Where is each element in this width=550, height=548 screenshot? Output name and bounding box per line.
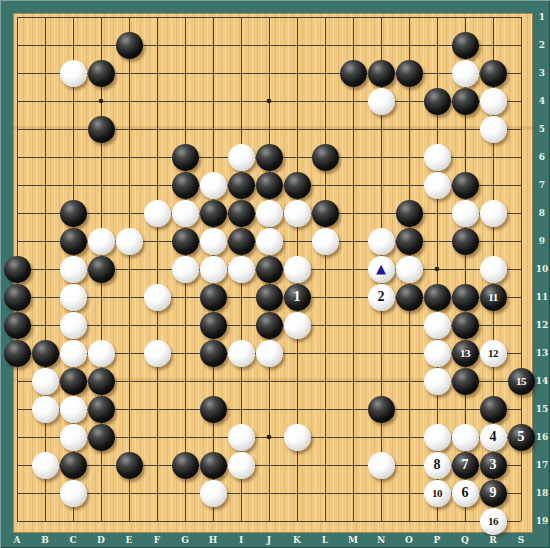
stone-G17[interactable] [172, 452, 199, 479]
stone-B15[interactable] [32, 396, 59, 423]
col-label-D: D [97, 535, 105, 545]
row-label-14: 14 [536, 376, 549, 386]
star-point-P10 [435, 267, 440, 272]
move-number-12: 12 [488, 348, 498, 359]
stone-I17[interactable] [228, 452, 255, 479]
stone-P12[interactable] [424, 312, 451, 339]
col-label-H: H [209, 535, 218, 545]
stone-J11[interactable] [256, 284, 283, 311]
stone-D5[interactable] [88, 116, 115, 143]
col-label-C: C [69, 535, 76, 545]
stone-G7[interactable] [172, 172, 199, 199]
stone-K10[interactable] [284, 256, 311, 283]
row-label-18: 18 [536, 488, 549, 498]
move-number-6: 6 [462, 486, 469, 500]
star-point-J16 [267, 435, 272, 440]
stone-G8[interactable] [172, 200, 199, 227]
stone-D16[interactable] [88, 424, 115, 451]
col-label-B: B [41, 535, 49, 545]
move-number-3: 3 [490, 458, 497, 472]
col-label-O: O [405, 535, 413, 545]
row-label-9: 9 [539, 236, 545, 246]
stone-J9[interactable] [256, 228, 283, 255]
stone-E17[interactable] [116, 452, 143, 479]
stone-R15[interactable] [480, 396, 507, 423]
stone-H15[interactable] [200, 396, 227, 423]
stone-I16[interactable] [228, 424, 255, 451]
row-label-5: 5 [539, 124, 545, 134]
stone-N3[interactable] [368, 60, 395, 87]
col-label-S: S [518, 535, 525, 545]
stone-C18[interactable] [60, 480, 87, 507]
stone-A11[interactable] [4, 284, 31, 311]
stone-R10[interactable] [480, 256, 507, 283]
stone-R4[interactable] [480, 88, 507, 115]
stone-C3[interactable] [60, 60, 87, 87]
stone-K8[interactable] [284, 200, 311, 227]
row-label-12: 12 [536, 320, 549, 330]
stone-O3[interactable] [396, 60, 423, 87]
move-number-5: 5 [518, 430, 525, 444]
stone-N15[interactable] [368, 396, 395, 423]
move-number-13: 13 [460, 348, 470, 359]
stone-I7[interactable] [228, 172, 255, 199]
move-number-1: 1 [294, 290, 301, 304]
stone-I8[interactable] [228, 200, 255, 227]
stone-B13[interactable] [32, 340, 59, 367]
move-number-10: 10 [432, 488, 442, 499]
row-label-15: 15 [536, 404, 549, 414]
stone-Q8[interactable] [452, 200, 479, 227]
col-label-E: E [126, 535, 133, 545]
star-point-D4 [99, 99, 104, 104]
stone-P13[interactable] [424, 340, 451, 367]
stone-Q16[interactable] [452, 424, 479, 451]
stone-S16[interactable]: 5 [508, 424, 535, 451]
triangle-marker: ▲ [376, 262, 386, 275]
row-label-3: 3 [539, 68, 545, 78]
move-number-8: 8 [434, 458, 441, 472]
stone-R8[interactable] [480, 200, 507, 227]
stone-Q9[interactable] [452, 228, 479, 255]
stone-H9[interactable] [200, 228, 227, 255]
stone-I9[interactable] [228, 228, 255, 255]
stone-A13[interactable] [4, 340, 31, 367]
col-label-N: N [377, 535, 385, 545]
col-label-L: L [322, 535, 328, 545]
stone-A12[interactable] [4, 312, 31, 339]
stone-Q2[interactable] [452, 32, 479, 59]
move-number-7: 7 [462, 458, 469, 472]
stone-N4[interactable] [368, 88, 395, 115]
stone-Q4[interactable] [452, 88, 479, 115]
stone-K12[interactable] [284, 312, 311, 339]
stone-R11[interactable]: 11 [480, 284, 507, 311]
col-label-F: F [154, 535, 160, 545]
stone-P17[interactable]: 8 [424, 452, 451, 479]
stone-O10[interactable] [396, 256, 423, 283]
stone-J7[interactable] [256, 172, 283, 199]
stone-C10[interactable] [60, 256, 87, 283]
stone-D13[interactable] [88, 340, 115, 367]
row-label-7: 7 [539, 180, 545, 190]
stone-S14[interactable]: 15 [508, 368, 535, 395]
move-number-16: 16 [488, 516, 498, 527]
stone-C8[interactable] [60, 200, 87, 227]
stone-G9[interactable] [172, 228, 199, 255]
move-number-2: 2 [378, 290, 385, 304]
stone-Q12[interactable] [452, 312, 479, 339]
stone-C17[interactable] [60, 452, 87, 479]
stone-N10[interactable]: ▲ [368, 256, 395, 283]
row-label-11: 11 [536, 292, 549, 302]
row-label-19: 19 [536, 516, 549, 526]
stone-L6[interactable] [312, 144, 339, 171]
stone-F11[interactable] [144, 284, 171, 311]
stone-P18[interactable]: 10 [424, 480, 451, 507]
stone-J13[interactable] [256, 340, 283, 367]
stone-Q3[interactable] [452, 60, 479, 87]
stone-P6[interactable] [424, 144, 451, 171]
stone-E2[interactable] [116, 32, 143, 59]
row-label-1: 1 [539, 12, 545, 22]
col-label-K: K [293, 535, 301, 545]
stone-D14[interactable] [88, 368, 115, 395]
stone-P4[interactable] [424, 88, 451, 115]
stone-C9[interactable] [60, 228, 87, 255]
stone-R3[interactable] [480, 60, 507, 87]
stone-I10[interactable] [228, 256, 255, 283]
stone-N17[interactable] [368, 452, 395, 479]
stone-P7[interactable] [424, 172, 451, 199]
move-number-9: 9 [490, 486, 497, 500]
stone-D3[interactable] [88, 60, 115, 87]
col-label-G: G [181, 535, 189, 545]
stone-I6[interactable] [228, 144, 255, 171]
stone-E9[interactable] [116, 228, 143, 255]
col-label-J: J [267, 535, 271, 545]
stone-L8[interactable] [312, 200, 339, 227]
stone-R13[interactable]: 12 [480, 340, 507, 367]
stone-D9[interactable] [88, 228, 115, 255]
col-label-A: A [14, 535, 21, 545]
stone-H11[interactable] [200, 284, 227, 311]
stone-F8[interactable] [144, 200, 171, 227]
move-number-4: 4 [490, 430, 497, 444]
stone-R18[interactable]: 9 [480, 480, 507, 507]
stone-M3[interactable] [340, 60, 367, 87]
stone-J6[interactable] [256, 144, 283, 171]
stone-Q13[interactable]: 13 [452, 340, 479, 367]
stone-Q18[interactable]: 6 [452, 480, 479, 507]
stone-N11[interactable]: 2 [368, 284, 395, 311]
stone-P16[interactable] [424, 424, 451, 451]
stone-K16[interactable] [284, 424, 311, 451]
stone-H12[interactable] [200, 312, 227, 339]
stone-H8[interactable] [200, 200, 227, 227]
stone-B14[interactable] [32, 368, 59, 395]
stone-K7[interactable] [284, 172, 311, 199]
stone-N9[interactable] [368, 228, 395, 255]
stone-C13[interactable] [60, 340, 87, 367]
col-label-R: R [489, 535, 496, 545]
row-label-4: 4 [539, 96, 545, 106]
stone-D10[interactable] [88, 256, 115, 283]
row-label-10: 10 [536, 264, 549, 274]
row-label-17: 17 [536, 460, 549, 470]
stone-J10[interactable] [256, 256, 283, 283]
stone-B17[interactable] [32, 452, 59, 479]
col-label-M: M [348, 535, 358, 545]
stone-Q14[interactable] [452, 368, 479, 395]
stone-H7[interactable] [200, 172, 227, 199]
stone-H13[interactable] [200, 340, 227, 367]
stone-Q11[interactable] [452, 284, 479, 311]
move-number-11: 11 [488, 292, 497, 303]
stone-R17[interactable]: 3 [480, 452, 507, 479]
stone-P14[interactable] [424, 368, 451, 395]
stone-C15[interactable] [60, 396, 87, 423]
row-label-8: 8 [539, 208, 545, 218]
stone-G6[interactable] [172, 144, 199, 171]
stone-O8[interactable] [396, 200, 423, 227]
row-label-6: 6 [539, 152, 545, 162]
move-number-15: 15 [516, 376, 526, 387]
stone-F13[interactable] [144, 340, 171, 367]
stone-H17[interactable] [200, 452, 227, 479]
stone-A10[interactable] [4, 256, 31, 283]
stone-H18[interactable] [200, 480, 227, 507]
stone-R5[interactable] [480, 116, 507, 143]
stone-J12[interactable] [256, 312, 283, 339]
stone-C12[interactable] [60, 312, 87, 339]
row-label-2: 2 [539, 40, 545, 50]
stone-Q17[interactable]: 7 [452, 452, 479, 479]
stone-K11[interactable]: 1 [284, 284, 311, 311]
col-label-Q: Q [461, 535, 469, 545]
row-label-16: 16 [536, 432, 549, 442]
stone-L9[interactable] [312, 228, 339, 255]
stone-D15[interactable] [88, 396, 115, 423]
stone-R19[interactable]: 16 [480, 508, 507, 535]
stone-C14[interactable] [60, 368, 87, 395]
stone-C11[interactable] [60, 284, 87, 311]
row-label-13: 13 [536, 348, 549, 358]
stone-O9[interactable] [396, 228, 423, 255]
stone-J8[interactable] [256, 200, 283, 227]
stone-H10[interactable] [200, 256, 227, 283]
go-board-frame: ▲121113121545873106916 ABCDEFGHIJKLMNOPQ… [0, 0, 550, 548]
stone-Q7[interactable] [452, 172, 479, 199]
col-label-P: P [434, 535, 441, 545]
star-point-J4 [267, 99, 272, 104]
stone-P11[interactable] [424, 284, 451, 311]
stone-I13[interactable] [228, 340, 255, 367]
stone-C16[interactable] [60, 424, 87, 451]
stone-G10[interactable] [172, 256, 199, 283]
stone-R16[interactable]: 4 [480, 424, 507, 451]
col-label-I: I [239, 535, 243, 545]
stone-O11[interactable] [396, 284, 423, 311]
